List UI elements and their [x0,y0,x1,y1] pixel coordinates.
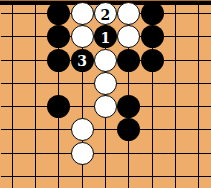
white-stone [94,72,117,95]
black-stone [141,25,164,48]
white-stone [117,2,140,25]
board-intersection [47,95,70,118]
board-intersection [164,49,187,72]
board-intersection [47,118,70,141]
black-stone [141,2,164,25]
board-intersection [117,95,140,118]
board-intersection [141,142,164,165]
board-intersection [187,2,210,25]
board-intersection [71,72,94,95]
board-intersection: 2 [94,2,117,25]
board-intersection [164,95,187,118]
board-intersection [187,142,210,165]
black-stone [47,95,70,118]
board-intersection [1,25,24,48]
black-stone: 3 [71,49,94,72]
black-stone [141,49,164,72]
board-intersection [94,118,117,141]
board-intersection [1,72,24,95]
board-intersection [24,118,47,141]
go-grid: 213 [1,2,211,188]
board-intersection [117,2,140,25]
board-intersection [24,25,47,48]
board-intersection [141,72,164,95]
board-intersection [47,25,70,48]
board-intersection [141,2,164,25]
board-intersection [1,2,24,25]
board-intersection [24,72,47,95]
board-intersection [164,142,187,165]
board-intersection [117,142,140,165]
board-intersection [94,95,117,118]
board-intersection [71,165,94,188]
board-intersection [71,118,94,141]
board-intersection [117,25,140,48]
board-intersection [187,118,210,141]
board-intersection [164,165,187,188]
white-stone [94,49,117,72]
move-number-label: 3 [77,54,87,68]
board-intersection [71,95,94,118]
board-intersection [187,49,210,72]
white-stone: 2 [94,2,117,25]
board-intersection [117,72,140,95]
white-stone [71,2,94,25]
board-intersection [1,165,24,188]
board-intersection [94,165,117,188]
black-stone [117,95,140,118]
board-intersection [141,165,164,188]
board-intersection [24,2,47,25]
white-stone [94,95,117,118]
board-intersection [47,142,70,165]
board-intersection [47,2,70,25]
board-intersection [141,118,164,141]
board-intersection [1,49,24,72]
black-stone [47,2,70,25]
board-intersection [141,49,164,72]
board-intersection [117,49,140,72]
board-intersection [1,95,24,118]
board-intersection [94,142,117,165]
board-intersection [164,2,187,25]
board-intersection [1,118,24,141]
board-intersection [47,165,70,188]
board-intersection [24,49,47,72]
board-intersection [47,49,70,72]
white-stone [71,118,94,141]
move-number-label: 2 [101,7,111,21]
board-intersection [187,95,210,118]
white-stone [71,25,94,48]
board-intersection [71,142,94,165]
board-intersection [187,165,210,188]
black-stone [47,49,70,72]
black-stone [117,49,140,72]
board-intersection [24,165,47,188]
board-intersection [71,2,94,25]
go-board: 213 [0,0,211,188]
move-number-label: 1 [101,30,111,44]
board-intersection [71,25,94,48]
black-stone [47,25,70,48]
board-intersection [47,72,70,95]
board-intersection [141,95,164,118]
board-intersection [164,25,187,48]
white-stone [117,25,140,48]
board-intersection [187,25,210,48]
board-intersection: 3 [71,49,94,72]
board-intersection [94,72,117,95]
board-intersection [24,95,47,118]
board-intersection [24,142,47,165]
board-intersection [94,49,117,72]
white-stone [71,142,94,165]
board-intersection [117,165,140,188]
board-intersection [187,72,210,95]
board-intersection: 1 [94,25,117,48]
board-intersection [1,142,24,165]
board-intersection [117,118,140,141]
black-stone: 1 [94,25,117,48]
board-intersection [164,118,187,141]
black-stone [117,118,140,141]
board-intersection [164,72,187,95]
board-intersection [141,25,164,48]
